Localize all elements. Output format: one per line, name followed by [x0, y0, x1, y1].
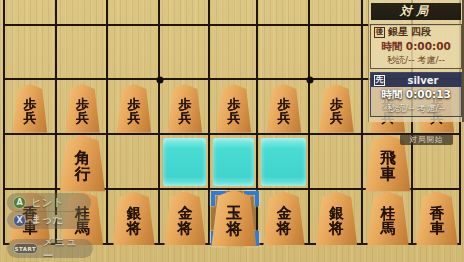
gote-rank: 四段	[411, 25, 431, 39]
piece-kanji: 歩	[179, 97, 192, 110]
piece-kanji: 歩	[278, 97, 291, 110]
move-highlight-square[interactable]	[261, 138, 306, 186]
board-square[interactable]	[210, 26, 258, 80]
piece-kanji: 歩	[128, 97, 141, 110]
x-button-icon: X	[13, 214, 26, 227]
board-square[interactable]	[3, 135, 57, 190]
start-button-icon: START	[13, 243, 38, 254]
gote-name-row: 後 銀星 四段	[371, 25, 461, 39]
board-square[interactable]	[108, 0, 160, 26]
piece-kanji: 将	[329, 221, 344, 236]
piece-kanji: 車	[380, 166, 396, 182]
sente-badge: 先	[374, 75, 385, 86]
shogi-app: 歩兵歩兵歩兵歩兵歩兵歩兵歩兵歩兵歩兵角行飛車香車桂馬銀将金将玉将金将銀将桂馬香車…	[0, 0, 464, 262]
sente-name-row: 先 silver	[371, 73, 461, 87]
piece-kanji: 兵	[179, 111, 192, 124]
piece-pawn[interactable]: 歩兵	[217, 84, 252, 133]
match-banner-label: 対局	[400, 3, 432, 20]
sente-player-box: 先 silver 時間 0:00:13 秒読/-- 考慮/--	[370, 72, 462, 117]
gote-byoyomi: 秒読/-- 考慮/--	[371, 54, 461, 67]
game-start-toast: 対局開始	[400, 134, 453, 145]
sente-name: silver	[388, 75, 458, 86]
piece-kanji: 兵	[76, 111, 89, 124]
board-square[interactable]	[160, 26, 210, 80]
hint-label: ヒント	[31, 196, 63, 210]
gote-name: 銀星	[388, 25, 408, 39]
board-square[interactable]	[57, 26, 108, 80]
board-square[interactable]	[210, 0, 258, 26]
board-square[interactable]	[310, 0, 363, 26]
piece-bishop[interactable]: 角行	[60, 135, 106, 192]
piece-pawn[interactable]: 歩兵	[117, 84, 152, 133]
piece-kanji: 兵	[228, 111, 241, 124]
board-square[interactable]	[3, 26, 57, 80]
game-info-panel: 対局 後 銀星 四段 時間 0:00:00 秒読/-- 考慮/-- 先 silv…	[368, 0, 464, 122]
piece-pawn[interactable]: 歩兵	[13, 84, 48, 133]
star-point	[307, 77, 314, 84]
piece-silver[interactable]: 銀将	[316, 192, 358, 246]
undo-label: まった	[31, 213, 63, 227]
a-button-icon: A	[13, 196, 26, 209]
piece-kanji: 行	[75, 166, 91, 182]
piece-kanji: 歩	[76, 97, 89, 110]
piece-lance[interactable]: 香車	[416, 192, 458, 246]
piece-kanji: 将	[226, 221, 242, 237]
undo-button[interactable]: X まった	[7, 211, 89, 229]
hint-button[interactable]: A ヒント	[7, 193, 91, 212]
piece-pawn[interactable]: 歩兵	[267, 84, 302, 133]
board-square[interactable]	[310, 26, 363, 80]
piece-kanji: 歩	[24, 97, 37, 110]
piece-gold[interactable]: 金将	[263, 192, 305, 246]
piece-kanji: 将	[277, 221, 292, 236]
sente-time: 時間 0:00:13	[371, 87, 461, 102]
piece-kanji: 歩	[330, 97, 343, 110]
piece-kanji: 歩	[228, 97, 241, 110]
piece-kanji: 兵	[330, 111, 343, 124]
board-square[interactable]	[108, 135, 160, 190]
board-square[interactable]	[310, 135, 363, 190]
piece-kanji: 車	[430, 221, 445, 236]
piece-kanji: 将	[178, 221, 193, 236]
piece-gold[interactable]: 金将	[164, 192, 206, 246]
piece-knight[interactable]: 桂馬	[367, 192, 409, 246]
board-square[interactable]	[108, 26, 160, 80]
piece-pawn[interactable]: 歩兵	[319, 84, 354, 133]
gote-badge: 後	[374, 27, 385, 38]
gote-player-box: 後 銀星 四段 時間 0:00:00 秒読/-- 考慮/--	[370, 24, 462, 69]
piece-kanji: 兵	[24, 111, 37, 124]
piece-silver[interactable]: 銀将	[113, 192, 155, 246]
board-square[interactable]	[258, 26, 310, 80]
piece-pawn[interactable]: 歩兵	[65, 84, 100, 133]
menu-button[interactable]: START メニュー	[7, 239, 93, 258]
gote-time: 時間 0:00:00	[371, 39, 461, 54]
piece-kanji: 馬	[381, 221, 396, 236]
piece-kanji: 将	[127, 221, 142, 236]
board-square[interactable]	[57, 0, 108, 26]
move-highlight-square[interactable]	[163, 138, 206, 186]
menu-label: メニュー	[43, 235, 87, 262]
piece-kanji: 兵	[278, 111, 291, 124]
piece-king[interactable]: 玉将	[211, 190, 257, 247]
board-square[interactable]	[3, 0, 57, 26]
sente-byoyomi: 秒読/-- 考慮/--	[371, 102, 461, 115]
board-square[interactable]	[160, 0, 210, 26]
piece-kanji: 兵	[128, 111, 141, 124]
board-square[interactable]	[258, 0, 310, 26]
move-highlight-square[interactable]	[213, 138, 254, 186]
star-point	[157, 77, 164, 84]
piece-pawn[interactable]: 歩兵	[168, 84, 203, 133]
match-banner: 対局	[371, 3, 461, 20]
